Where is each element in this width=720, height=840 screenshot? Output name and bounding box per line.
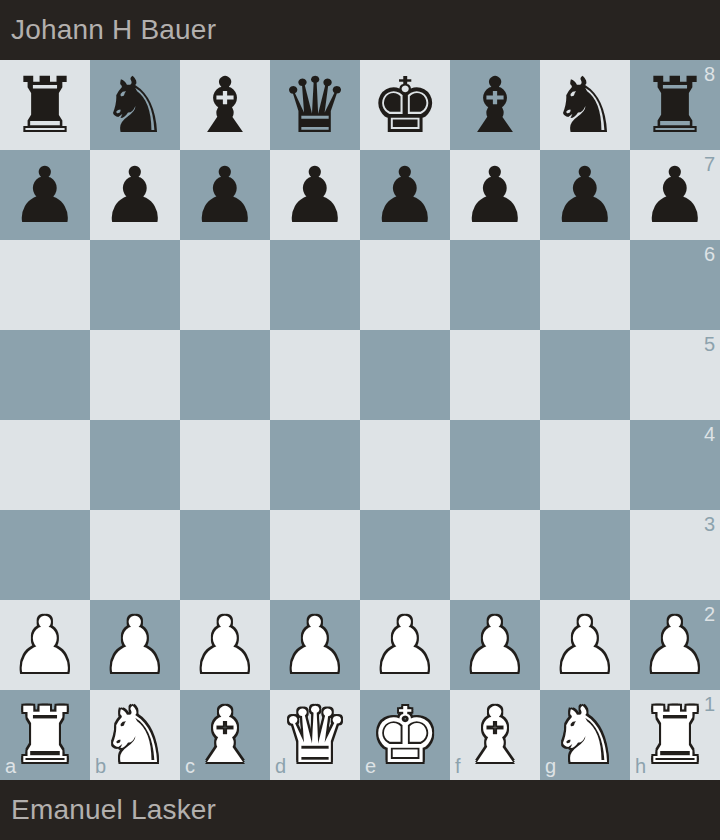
square-f6[interactable] (450, 240, 540, 330)
top-player-bar: Johann H Bauer (0, 0, 720, 60)
square-g2[interactable]: ♟ (540, 600, 630, 690)
piece-white-pawn[interactable]: ♟ (540, 600, 630, 690)
square-g3[interactable] (540, 510, 630, 600)
square-e7[interactable]: ♟ (360, 150, 450, 240)
square-g6[interactable] (540, 240, 630, 330)
rank-label-6: 6 (704, 244, 715, 264)
square-d6[interactable] (270, 240, 360, 330)
square-c3[interactable] (180, 510, 270, 600)
square-a8[interactable]: ♜ (0, 60, 90, 150)
file-label-c: c (185, 756, 195, 776)
piece-black-pawn[interactable]: ♟ (180, 150, 270, 240)
square-h5[interactable]: 5 (630, 330, 720, 420)
piece-white-pawn[interactable]: ♟ (180, 600, 270, 690)
square-b1[interactable]: ♞b (90, 690, 180, 780)
square-c7[interactable]: ♟ (180, 150, 270, 240)
square-d8[interactable]: ♛ (270, 60, 360, 150)
square-b8[interactable]: ♞ (90, 60, 180, 150)
piece-black-bishop[interactable]: ♝ (180, 60, 270, 150)
square-e5[interactable] (360, 330, 450, 420)
piece-black-queen[interactable]: ♛ (270, 60, 360, 150)
square-e6[interactable] (360, 240, 450, 330)
square-e3[interactable] (360, 510, 450, 600)
square-f2[interactable]: ♟ (450, 600, 540, 690)
square-a1[interactable]: ♜a (0, 690, 90, 780)
square-d7[interactable]: ♟ (270, 150, 360, 240)
square-e8[interactable]: ♚ (360, 60, 450, 150)
piece-black-pawn[interactable]: ♟ (450, 150, 540, 240)
piece-white-pawn[interactable]: ♟ (450, 600, 540, 690)
piece-white-pawn[interactable]: ♟ (360, 600, 450, 690)
square-h3[interactable]: 3 (630, 510, 720, 600)
square-h4[interactable]: 4 (630, 420, 720, 510)
file-label-e: e (365, 756, 376, 776)
rank-label-4: 4 (704, 424, 715, 444)
rank-label-8: 8 (704, 64, 715, 84)
piece-black-pawn[interactable]: ♟ (90, 150, 180, 240)
file-label-g: g (545, 756, 556, 776)
piece-black-king[interactable]: ♚ (360, 60, 450, 150)
rank-label-7: 7 (704, 154, 715, 174)
square-g4[interactable] (540, 420, 630, 510)
square-h7[interactable]: ♟7 (630, 150, 720, 240)
square-d1[interactable]: ♛d (270, 690, 360, 780)
piece-black-pawn[interactable]: ♟ (0, 150, 90, 240)
rank-label-3: 3 (704, 514, 715, 534)
square-d3[interactable] (270, 510, 360, 600)
bottom-player-name: Emanuel Lasker (11, 794, 216, 826)
piece-black-knight[interactable]: ♞ (90, 60, 180, 150)
square-a6[interactable] (0, 240, 90, 330)
file-label-b: b (95, 756, 106, 776)
square-h8[interactable]: ♜8 (630, 60, 720, 150)
square-a5[interactable] (0, 330, 90, 420)
square-c1[interactable]: ♝c (180, 690, 270, 780)
piece-black-knight[interactable]: ♞ (540, 60, 630, 150)
piece-black-bishop[interactable]: ♝ (450, 60, 540, 150)
piece-black-pawn[interactable]: ♟ (270, 150, 360, 240)
square-f7[interactable]: ♟ (450, 150, 540, 240)
file-label-f: f (455, 756, 461, 776)
square-a4[interactable] (0, 420, 90, 510)
file-label-d: d (275, 756, 286, 776)
square-g1[interactable]: ♞g (540, 690, 630, 780)
file-label-a: a (5, 756, 16, 776)
square-c6[interactable] (180, 240, 270, 330)
square-f4[interactable] (450, 420, 540, 510)
square-f8[interactable]: ♝ (450, 60, 540, 150)
rank-label-1: 1 (704, 694, 715, 714)
square-e1[interactable]: ♚e (360, 690, 450, 780)
square-h1[interactable]: ♜1h (630, 690, 720, 780)
square-a2[interactable]: ♟ (0, 600, 90, 690)
square-c2[interactable]: ♟ (180, 600, 270, 690)
square-b6[interactable] (90, 240, 180, 330)
file-label-h: h (635, 756, 646, 776)
square-f1[interactable]: ♝f (450, 690, 540, 780)
square-f5[interactable] (450, 330, 540, 420)
square-c4[interactable] (180, 420, 270, 510)
square-d4[interactable] (270, 420, 360, 510)
square-c8[interactable]: ♝ (180, 60, 270, 150)
chess-board[interactable]: ♜♞♝♛♚♝♞♜8♟♟♟♟♟♟♟♟76543♟♟♟♟♟♟♟♟2♜a♞b♝c♛d♚… (0, 60, 720, 780)
square-a3[interactable] (0, 510, 90, 600)
piece-white-bishop[interactable]: ♝ (450, 690, 540, 780)
piece-white-pawn[interactable]: ♟ (270, 600, 360, 690)
square-b2[interactable]: ♟ (90, 600, 180, 690)
square-b4[interactable] (90, 420, 180, 510)
square-g8[interactable]: ♞ (540, 60, 630, 150)
square-g7[interactable]: ♟ (540, 150, 630, 240)
square-e2[interactable]: ♟ (360, 600, 450, 690)
square-b7[interactable]: ♟ (90, 150, 180, 240)
square-e4[interactable] (360, 420, 450, 510)
rank-label-2: 2 (704, 604, 715, 624)
square-g5[interactable] (540, 330, 630, 420)
piece-black-rook[interactable]: ♜ (0, 60, 90, 150)
piece-white-pawn[interactable]: ♟ (90, 600, 180, 690)
piece-white-pawn[interactable]: ♟ (0, 600, 90, 690)
square-f3[interactable] (450, 510, 540, 600)
rank-label-5: 5 (704, 334, 715, 354)
square-c5[interactable] (180, 330, 270, 420)
square-a7[interactable]: ♟ (0, 150, 90, 240)
piece-black-pawn[interactable]: ♟ (540, 150, 630, 240)
square-d5[interactable] (270, 330, 360, 420)
square-h6[interactable]: 6 (630, 240, 720, 330)
square-b5[interactable] (90, 330, 180, 420)
square-b3[interactable] (90, 510, 180, 600)
bottom-player-bar: Emanuel Lasker (0, 780, 720, 840)
square-h2[interactable]: ♟2 (630, 600, 720, 690)
top-player-name: Johann H Bauer (11, 14, 216, 46)
piece-black-pawn[interactable]: ♟ (360, 150, 450, 240)
square-d2[interactable]: ♟ (270, 600, 360, 690)
